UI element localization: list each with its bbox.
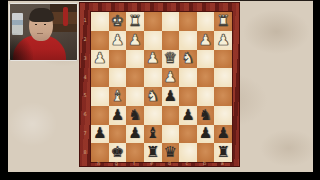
- square-h3[interactable]: ♟: [91, 50, 109, 69]
- square-f3[interactable]: [126, 50, 144, 69]
- piece-black-pawn[interactable]: ♟: [93, 126, 106, 141]
- piece-black-queen[interactable]: ♛: [164, 145, 177, 160]
- board-grid: ♚♜♜♟♟♟♟♟♟♛♞♟♝♞♟♟♞♟♞♟♟♝♟♟♚♜♛♜: [90, 11, 233, 163]
- piece-white-king[interactable]: ♚: [111, 13, 124, 28]
- square-f4[interactable]: [126, 68, 144, 87]
- piece-white-pawn[interactable]: ♟: [111, 32, 124, 47]
- square-a4[interactable]: [214, 68, 232, 87]
- square-d4[interactable]: ♟: [162, 68, 180, 87]
- file-label-c: c: [178, 159, 196, 166]
- rank-label-8: 8: [80, 142, 90, 161]
- square-h2[interactable]: [91, 31, 109, 50]
- square-d1[interactable]: [162, 12, 180, 31]
- square-e6[interactable]: [144, 106, 162, 125]
- rank-label-7: 7: [80, 124, 90, 143]
- square-e4[interactable]: [144, 68, 162, 87]
- file-label-a: a: [213, 159, 231, 166]
- square-d7[interactable]: [162, 125, 180, 144]
- piece-black-pawn[interactable]: ♟: [164, 88, 177, 103]
- square-h1[interactable]: [91, 12, 109, 31]
- square-d3[interactable]: ♛: [162, 50, 180, 69]
- piece-white-pawn[interactable]: ♟: [93, 51, 106, 66]
- rank-label-4: 4: [80, 67, 90, 86]
- file-label-d: d: [161, 159, 179, 166]
- file-label-e: e: [143, 159, 161, 166]
- square-g6[interactable]: ♟: [109, 106, 127, 125]
- square-f7[interactable]: ♟: [126, 125, 144, 144]
- square-a2[interactable]: ♟: [214, 31, 232, 50]
- square-b1[interactable]: [197, 12, 215, 31]
- square-b7[interactable]: ♟: [197, 125, 215, 144]
- piece-white-knight[interactable]: ♞: [181, 51, 194, 66]
- file-label-f: f: [125, 159, 143, 166]
- square-h7[interactable]: ♟: [91, 125, 109, 144]
- person-eye-left: [35, 24, 37, 25]
- piece-white-bishop[interactable]: ♝: [111, 88, 124, 103]
- square-e1[interactable]: [144, 12, 162, 31]
- piece-black-rook[interactable]: ♜: [216, 145, 229, 160]
- square-c4[interactable]: [179, 68, 197, 87]
- square-d5[interactable]: ♟: [162, 87, 180, 106]
- presenter-webcam: [9, 3, 78, 61]
- square-h5[interactable]: [91, 87, 109, 106]
- square-g2[interactable]: ♟: [109, 31, 127, 50]
- file-labels: hgfedcba: [90, 159, 231, 166]
- piece-white-rook[interactable]: ♜: [128, 13, 141, 28]
- square-a5[interactable]: [214, 87, 232, 106]
- person-eye-right: [44, 24, 46, 25]
- square-b5[interactable]: [197, 87, 215, 106]
- square-b6[interactable]: ♞: [197, 106, 215, 125]
- rank-labels: 12345678: [80, 11, 90, 161]
- square-a7[interactable]: ♟: [214, 125, 232, 144]
- square-a1[interactable]: ♜: [214, 12, 232, 31]
- piece-black-pawn[interactable]: ♟: [111, 107, 124, 122]
- board-frame: ♚♜♜♟♟♟♟♟♟♛♞♟♝♞♟♟♞♟♞♟♟♝♟♟♚♜♛♜ 12345678 hg…: [79, 2, 240, 167]
- rank-label-5: 5: [80, 86, 90, 105]
- square-f2[interactable]: ♟: [126, 31, 144, 50]
- piece-black-pawn[interactable]: ♟: [128, 126, 141, 141]
- piece-black-king[interactable]: ♚: [111, 145, 124, 160]
- square-f5[interactable]: [126, 87, 144, 106]
- piece-white-pawn[interactable]: ♟: [146, 51, 159, 66]
- square-c1[interactable]: [179, 12, 197, 31]
- square-a3[interactable]: [214, 50, 232, 69]
- person-hair: [29, 8, 54, 23]
- webcam-poster: [12, 13, 23, 35]
- square-a6[interactable]: [214, 106, 232, 125]
- square-h4[interactable]: [91, 68, 109, 87]
- square-b2[interactable]: ♟: [197, 31, 215, 50]
- file-label-b: b: [196, 159, 214, 166]
- piece-white-pawn[interactable]: ♟: [164, 70, 177, 85]
- piece-white-knight[interactable]: ♞: [146, 88, 159, 103]
- square-e2[interactable]: [144, 31, 162, 50]
- square-c5[interactable]: [179, 87, 197, 106]
- square-c3[interactable]: ♞: [179, 50, 197, 69]
- square-e3[interactable]: ♟: [144, 50, 162, 69]
- piece-black-pawn[interactable]: ♟: [199, 126, 212, 141]
- piece-black-rook[interactable]: ♜: [146, 145, 159, 160]
- square-g3[interactable]: [109, 50, 127, 69]
- square-g4[interactable]: [109, 68, 127, 87]
- square-g1[interactable]: ♚: [109, 12, 127, 31]
- webcam-red-object: [63, 7, 68, 26]
- piece-black-pawn[interactable]: ♟: [216, 126, 229, 141]
- piece-black-knight[interactable]: ♞: [199, 107, 212, 122]
- file-label-h: h: [90, 159, 108, 166]
- square-c6[interactable]: ♟: [179, 106, 197, 125]
- square-f1[interactable]: ♜: [126, 12, 144, 31]
- rank-label-3: 3: [80, 49, 90, 68]
- square-e7[interactable]: ♝: [144, 125, 162, 144]
- person-mouth: [37, 33, 43, 34]
- piece-black-knight[interactable]: ♞: [128, 107, 141, 122]
- file-label-g: g: [108, 159, 126, 166]
- square-d6[interactable]: [162, 106, 180, 125]
- rank-label-2: 2: [80, 30, 90, 49]
- rank-label-6: 6: [80, 105, 90, 124]
- piece-white-pawn[interactable]: ♟: [199, 32, 212, 47]
- piece-black-bishop[interactable]: ♝: [146, 126, 159, 141]
- square-e5[interactable]: ♞: [144, 87, 162, 106]
- rank-label-1: 1: [80, 11, 90, 30]
- square-g7[interactable]: [109, 125, 127, 144]
- square-c7[interactable]: [179, 125, 197, 144]
- piece-white-queen[interactable]: ♛: [164, 51, 177, 66]
- square-g5[interactable]: ♝: [109, 87, 127, 106]
- piece-white-rook[interactable]: ♜: [216, 13, 229, 28]
- square-d2[interactable]: [162, 31, 180, 50]
- square-c2[interactable]: [179, 31, 197, 50]
- piece-white-pawn[interactable]: ♟: [128, 32, 141, 47]
- square-b3[interactable]: [197, 50, 215, 69]
- square-b4[interactable]: [197, 68, 215, 87]
- webcam-shadow: [10, 33, 33, 60]
- piece-black-pawn[interactable]: ♟: [181, 107, 194, 122]
- square-f6[interactable]: ♞: [126, 106, 144, 125]
- piece-white-pawn[interactable]: ♟: [216, 32, 229, 47]
- square-h6[interactable]: [91, 106, 109, 125]
